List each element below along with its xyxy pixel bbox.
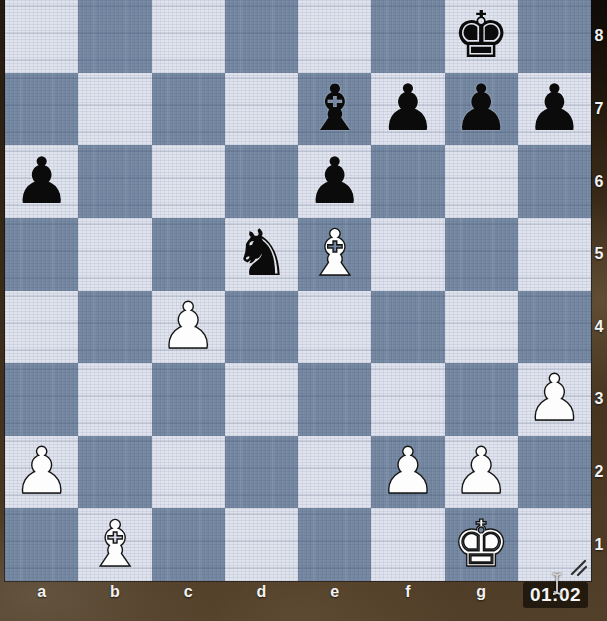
square-g2[interactable]: ♟	[445, 436, 518, 509]
black-pawn[interactable]: ♟	[379, 76, 436, 140]
square-d3[interactable]	[225, 363, 298, 436]
square-g4[interactable]	[445, 291, 518, 364]
square-e8[interactable]	[298, 0, 371, 73]
square-a4[interactable]	[5, 291, 78, 364]
file-coordinates: abcdefg	[5, 581, 591, 603]
square-a3[interactable]	[5, 363, 78, 436]
black-pawn[interactable]: ♟	[452, 76, 509, 140]
white-bishop[interactable]: ♝	[306, 221, 363, 285]
rank-coordinates: 87654321	[591, 0, 607, 581]
rank-label-5: 5	[591, 218, 607, 291]
white-king[interactable]: ♚	[452, 512, 509, 576]
black-pawn[interactable]: ♟	[13, 149, 70, 213]
file-label-a: a	[5, 581, 78, 603]
square-a2[interactable]: ♟	[5, 436, 78, 509]
white-pawn[interactable]: ♟	[379, 439, 436, 503]
rank-label-4: 4	[591, 291, 607, 364]
square-f8[interactable]	[371, 0, 444, 73]
square-g7[interactable]: ♟	[445, 73, 518, 146]
clock: 01:02	[523, 582, 588, 608]
white-pawn[interactable]: ♟	[13, 439, 70, 503]
square-b3[interactable]	[78, 363, 151, 436]
file-label-c: c	[152, 581, 225, 603]
square-f4[interactable]	[371, 291, 444, 364]
square-e1[interactable]	[298, 508, 371, 581]
square-e3[interactable]	[298, 363, 371, 436]
white-pawn[interactable]: ♟	[159, 294, 216, 358]
square-b6[interactable]	[78, 145, 151, 218]
rank-label-8: 8	[591, 0, 607, 73]
square-g8[interactable]: ♚	[445, 0, 518, 73]
square-f1[interactable]	[371, 508, 444, 581]
square-b5[interactable]	[78, 218, 151, 291]
square-c6[interactable]	[152, 145, 225, 218]
file-label-b: b	[78, 581, 151, 603]
square-b2[interactable]	[78, 436, 151, 509]
square-d2[interactable]	[225, 436, 298, 509]
black-king[interactable]: ♚	[452, 3, 509, 67]
square-e4[interactable]	[298, 291, 371, 364]
rank-label-3: 3	[591, 363, 607, 436]
square-b4[interactable]	[78, 291, 151, 364]
square-c3[interactable]	[152, 363, 225, 436]
square-h4[interactable]	[518, 291, 591, 364]
file-label-d: d	[225, 581, 298, 603]
square-h6[interactable]	[518, 145, 591, 218]
square-g6[interactable]	[445, 145, 518, 218]
square-f5[interactable]	[371, 218, 444, 291]
square-d6[interactable]	[225, 145, 298, 218]
square-d7[interactable]	[225, 73, 298, 146]
file-label-g: g	[445, 581, 518, 603]
square-h8[interactable]	[518, 0, 591, 73]
square-b1[interactable]: ♝	[78, 508, 151, 581]
square-c1[interactable]	[152, 508, 225, 581]
square-f6[interactable]	[371, 145, 444, 218]
square-f3[interactable]	[371, 363, 444, 436]
game-screen: ♚♝♟♟♟♟♟♞♝♟♟♟♟♟♝♚ 87654321 abcdefg 01:02	[0, 0, 607, 621]
square-a5[interactable]	[5, 218, 78, 291]
white-pawn[interactable]: ♟	[526, 366, 583, 430]
square-d8[interactable]	[225, 0, 298, 73]
black-knight[interactable]: ♞	[233, 221, 290, 285]
square-e2[interactable]	[298, 436, 371, 509]
square-a1[interactable]	[5, 508, 78, 581]
square-c4[interactable]: ♟	[152, 291, 225, 364]
file-label-f: f	[371, 581, 444, 603]
square-h2[interactable]	[518, 436, 591, 509]
rank-label-2: 2	[591, 436, 607, 509]
square-g5[interactable]	[445, 218, 518, 291]
rank-label-1: 1	[591, 508, 607, 581]
square-h5[interactable]	[518, 218, 591, 291]
black-pawn[interactable]: ♟	[526, 76, 583, 140]
square-c7[interactable]	[152, 73, 225, 146]
square-h7[interactable]: ♟	[518, 73, 591, 146]
square-e6[interactable]: ♟	[298, 145, 371, 218]
square-e7[interactable]: ♝	[298, 73, 371, 146]
resize-handle-icon[interactable]	[569, 559, 589, 577]
chess-board: ♚♝♟♟♟♟♟♞♝♟♟♟♟♟♝♚	[5, 0, 591, 581]
square-d5[interactable]: ♞	[225, 218, 298, 291]
black-pawn[interactable]: ♟	[306, 149, 363, 213]
square-a8[interactable]	[5, 0, 78, 73]
square-c5[interactable]	[152, 218, 225, 291]
square-b7[interactable]	[78, 73, 151, 146]
square-g1[interactable]: ♚	[445, 508, 518, 581]
square-d4[interactable]	[225, 291, 298, 364]
square-b8[interactable]	[78, 0, 151, 73]
square-c2[interactable]	[152, 436, 225, 509]
black-bishop[interactable]: ♝	[306, 76, 363, 140]
clock-time: 01:02	[530, 584, 581, 606]
square-d1[interactable]	[225, 508, 298, 581]
rank-label-6: 6	[591, 145, 607, 218]
square-e5[interactable]: ♝	[298, 218, 371, 291]
square-f2[interactable]: ♟	[371, 436, 444, 509]
rank-label-7: 7	[591, 73, 607, 146]
square-f7[interactable]: ♟	[371, 73, 444, 146]
white-bishop[interactable]: ♝	[86, 512, 143, 576]
white-pawn[interactable]: ♟	[452, 439, 509, 503]
square-a7[interactable]	[5, 73, 78, 146]
square-h3[interactable]: ♟	[518, 363, 591, 436]
square-g3[interactable]	[445, 363, 518, 436]
square-c8[interactable]	[152, 0, 225, 73]
file-label-e: e	[298, 581, 371, 603]
square-a6[interactable]: ♟	[5, 145, 78, 218]
